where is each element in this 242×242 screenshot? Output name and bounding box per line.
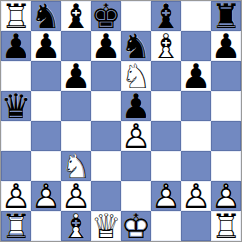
square-h4[interactable] — [211, 121, 241, 151]
square-a1[interactable]: ♜♖ — [1, 211, 31, 241]
piece-white-pawn[interactable]: ♟♙ — [121, 121, 151, 151]
square-e3[interactable] — [121, 151, 151, 181]
square-f7[interactable]: ♝♗ — [151, 31, 181, 61]
piece-black-bishop[interactable]: ♗♝ — [61, 1, 91, 31]
square-h7[interactable]: ♙♟ — [211, 31, 241, 61]
piece-outline-layer: ♙ — [31, 181, 61, 211]
piece-outline-layer: ♕ — [91, 211, 121, 241]
piece-black-pawn[interactable]: ♙♟ — [31, 31, 61, 61]
square-g5[interactable] — [181, 91, 211, 121]
square-c6[interactable]: ♙♟ — [61, 61, 91, 91]
square-f5[interactable] — [151, 91, 181, 121]
square-b7[interactable]: ♙♟ — [31, 31, 61, 61]
piece-white-pawn[interactable]: ♟♙ — [181, 181, 211, 211]
piece-white-king[interactable]: ♚♔ — [121, 211, 151, 241]
piece-outline-layer: ♖ — [211, 211, 241, 241]
piece-outline-layer: ♟ — [61, 61, 91, 91]
square-h6[interactable] — [211, 61, 241, 91]
piece-black-pawn[interactable]: ♙♟ — [61, 61, 91, 91]
square-b1[interactable] — [31, 211, 61, 241]
square-f6[interactable] — [151, 61, 181, 91]
square-g8[interactable] — [181, 1, 211, 31]
piece-white-queen[interactable]: ♛♕ — [91, 211, 121, 241]
piece-black-queen[interactable]: ♕♛ — [1, 91, 31, 121]
piece-outline-layer: ♟ — [91, 31, 121, 61]
square-d6[interactable] — [91, 61, 121, 91]
piece-white-bishop[interactable]: ♝♗ — [151, 31, 181, 61]
square-b5[interactable] — [31, 91, 61, 121]
square-a5[interactable]: ♕♛ — [1, 91, 31, 121]
square-g1[interactable] — [181, 211, 211, 241]
piece-outline-layer: ♟ — [31, 31, 61, 61]
square-d3[interactable] — [91, 151, 121, 181]
piece-white-bishop[interactable]: ♝♗ — [61, 211, 91, 241]
piece-white-rook[interactable]: ♜♖ — [1, 211, 31, 241]
piece-black-pawn[interactable]: ♙♟ — [211, 31, 241, 61]
piece-outline-layer: ♔ — [121, 211, 151, 241]
square-h1[interactable]: ♜♖ — [211, 211, 241, 241]
piece-white-pawn[interactable]: ♟♙ — [151, 181, 181, 211]
chess-board: ♜♖♘♞♗♝♔♚♗♝♖♜♙♟♙♟♙♟♘♞♝♗♙♟♙♟♞♘♙♟♕♛♙♟♟♙♞♘♟♙… — [0, 0, 242, 242]
square-b4[interactable] — [31, 121, 61, 151]
piece-outline-layer: ♖ — [1, 211, 31, 241]
piece-outline-layer: ♝ — [61, 1, 91, 31]
square-d7[interactable]: ♙♟ — [91, 31, 121, 61]
piece-outline-layer: ♛ — [1, 91, 31, 121]
square-e1[interactable]: ♚♔ — [121, 211, 151, 241]
piece-white-pawn[interactable]: ♟♙ — [31, 181, 61, 211]
square-d1[interactable]: ♛♕ — [91, 211, 121, 241]
piece-outline-layer: ♙ — [181, 181, 211, 211]
piece-white-rook[interactable]: ♜♖ — [211, 211, 241, 241]
square-c5[interactable] — [61, 91, 91, 121]
piece-outline-layer: ♟ — [181, 61, 211, 91]
piece-outline-layer: ♟ — [211, 31, 241, 61]
square-e4[interactable]: ♟♙ — [121, 121, 151, 151]
square-b2[interactable]: ♟♙ — [31, 181, 61, 211]
square-g6[interactable]: ♙♟ — [181, 61, 211, 91]
piece-outline-layer: ♙ — [151, 181, 181, 211]
square-a7[interactable]: ♙♟ — [1, 31, 31, 61]
piece-outline-layer: ♗ — [61, 211, 91, 241]
piece-black-pawn[interactable]: ♙♟ — [1, 31, 31, 61]
chess-board-container: ♜♖♘♞♗♝♔♚♗♝♖♜♙♟♙♟♙♟♘♞♝♗♙♟♙♟♞♘♙♟♕♛♙♟♟♙♞♘♟♙… — [0, 0, 242, 242]
square-c1[interactable]: ♝♗ — [61, 211, 91, 241]
square-b6[interactable] — [31, 61, 61, 91]
piece-black-pawn[interactable]: ♙♟ — [181, 61, 211, 91]
square-g2[interactable]: ♟♙ — [181, 181, 211, 211]
piece-outline-layer: ♟ — [1, 31, 31, 61]
piece-outline-layer: ♙ — [121, 121, 151, 151]
square-f4[interactable] — [151, 121, 181, 151]
square-g4[interactable] — [181, 121, 211, 151]
square-a4[interactable] — [1, 121, 31, 151]
square-d4[interactable] — [91, 121, 121, 151]
square-c8[interactable]: ♗♝ — [61, 1, 91, 31]
square-h5[interactable] — [211, 91, 241, 121]
piece-outline-layer: ♗ — [151, 31, 181, 61]
square-f1[interactable] — [151, 211, 181, 241]
square-f2[interactable]: ♟♙ — [151, 181, 181, 211]
piece-black-pawn[interactable]: ♙♟ — [91, 31, 121, 61]
square-d5[interactable] — [91, 91, 121, 121]
